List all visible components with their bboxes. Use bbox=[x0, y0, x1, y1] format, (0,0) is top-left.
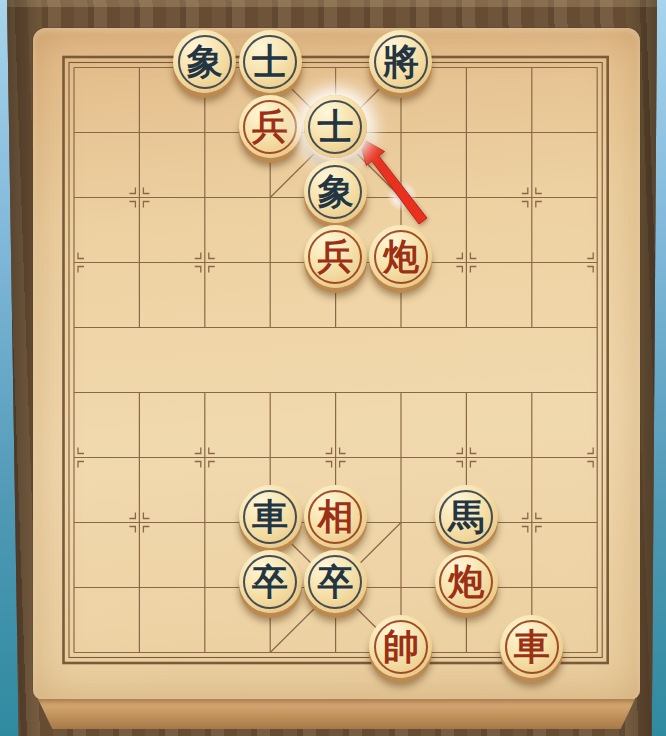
board-bottom-bevel bbox=[38, 699, 635, 729]
piece-black-chariot[interactable]: 車 bbox=[239, 485, 302, 548]
piece-glyph: 兵 bbox=[252, 109, 288, 145]
piece-glyph: 馬 bbox=[448, 499, 484, 535]
pieces-layer: 象士將兵士象兵炮車相馬卒卒炮帥車 bbox=[41, 35, 630, 685]
piece-black-horse[interactable]: 馬 bbox=[435, 485, 498, 548]
piece-black-advisor[interactable]: 士 bbox=[304, 95, 367, 158]
piece-glyph: 炮 bbox=[448, 564, 484, 600]
piece-red-elephant[interactable]: 相 bbox=[304, 485, 367, 548]
piece-red-soldier[interactable]: 兵 bbox=[304, 225, 367, 288]
piece-glyph: 士 bbox=[252, 44, 288, 80]
piece-red-chariot[interactable]: 車 bbox=[500, 615, 563, 678]
piece-red-soldier[interactable]: 兵 bbox=[239, 95, 302, 158]
piece-glyph: 車 bbox=[252, 499, 288, 535]
piece-black-advisor[interactable]: 士 bbox=[239, 30, 302, 93]
piece-black-soldier[interactable]: 卒 bbox=[239, 550, 302, 613]
piece-glyph: 象 bbox=[187, 44, 223, 80]
piece-black-soldier[interactable]: 卒 bbox=[304, 550, 367, 613]
piece-red-cannon[interactable]: 炮 bbox=[369, 225, 432, 288]
piece-glyph: 炮 bbox=[383, 239, 419, 275]
piece-glyph: 相 bbox=[317, 499, 353, 535]
piece-glyph: 卒 bbox=[252, 564, 288, 600]
piece-glyph: 將 bbox=[383, 44, 419, 80]
piece-red-general[interactable]: 帥 bbox=[369, 615, 432, 678]
piece-black-elephant[interactable]: 象 bbox=[304, 160, 367, 223]
piece-glyph: 帥 bbox=[383, 629, 419, 665]
piece-red-cannon[interactable]: 炮 bbox=[435, 550, 498, 613]
piece-glyph: 士 bbox=[317, 109, 353, 145]
piece-glyph: 卒 bbox=[317, 564, 353, 600]
piece-glyph: 車 bbox=[514, 629, 550, 665]
piece-black-elephant[interactable]: 象 bbox=[173, 30, 236, 93]
piece-glyph: 兵 bbox=[317, 239, 353, 275]
piece-glyph: 象 bbox=[317, 174, 353, 210]
piece-black-general[interactable]: 將 bbox=[369, 30, 432, 93]
xiangqi-app: 象士將兵士象兵炮車相馬卒卒炮帥車 bbox=[0, 0, 666, 736]
